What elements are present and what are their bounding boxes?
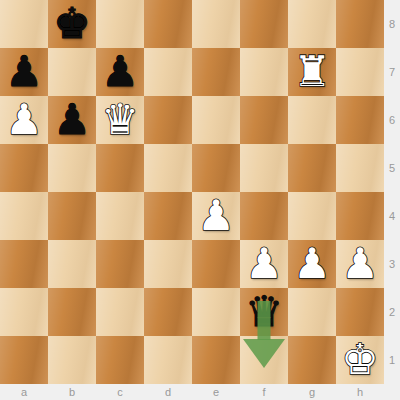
square-f1[interactable] — [240, 336, 288, 384]
square-a6[interactable]: ♟ — [0, 96, 48, 144]
square-h8[interactable] — [336, 0, 384, 48]
piece-white-rook[interactable]: ♜ — [293, 51, 331, 93]
square-g6[interactable] — [288, 96, 336, 144]
file-label-e: e — [192, 384, 240, 400]
square-f8[interactable] — [240, 0, 288, 48]
file-label-g: g — [288, 384, 336, 400]
rank-labels: 87654321 — [384, 0, 400, 384]
square-a3[interactable] — [0, 240, 48, 288]
square-e1[interactable] — [192, 336, 240, 384]
square-f7[interactable] — [240, 48, 288, 96]
square-c3[interactable] — [96, 240, 144, 288]
square-c8[interactable] — [96, 0, 144, 48]
corner-spacer — [384, 384, 400, 400]
square-a5[interactable] — [0, 144, 48, 192]
square-g5[interactable] — [288, 144, 336, 192]
square-h1[interactable]: ♚ — [336, 336, 384, 384]
square-b6[interactable]: ♟ — [48, 96, 96, 144]
square-a8[interactable] — [0, 0, 48, 48]
file-label-h: h — [336, 384, 384, 400]
file-label-c: c — [96, 384, 144, 400]
square-e3[interactable] — [192, 240, 240, 288]
square-b3[interactable] — [48, 240, 96, 288]
piece-white-pawn[interactable]: ♟ — [341, 243, 379, 285]
file-label-d: d — [144, 384, 192, 400]
square-e6[interactable] — [192, 96, 240, 144]
square-b4[interactable] — [48, 192, 96, 240]
piece-white-pawn[interactable]: ♟ — [5, 99, 43, 141]
square-b8[interactable]: ♚ — [48, 0, 96, 48]
square-f4[interactable] — [240, 192, 288, 240]
square-c2[interactable] — [96, 288, 144, 336]
square-d4[interactable] — [144, 192, 192, 240]
square-c6[interactable]: ♛ — [96, 96, 144, 144]
piece-black-pawn[interactable]: ♟ — [101, 51, 139, 93]
square-c7[interactable]: ♟ — [96, 48, 144, 96]
square-d8[interactable] — [144, 0, 192, 48]
square-e2[interactable] — [192, 288, 240, 336]
square-d3[interactable] — [144, 240, 192, 288]
square-g3[interactable]: ♟ — [288, 240, 336, 288]
square-h2[interactable] — [336, 288, 384, 336]
square-d2[interactable] — [144, 288, 192, 336]
square-h5[interactable] — [336, 144, 384, 192]
square-f2[interactable]: ♛ — [240, 288, 288, 336]
rank-label-5: 5 — [384, 144, 400, 192]
square-c1[interactable] — [96, 336, 144, 384]
square-a7[interactable]: ♟ — [0, 48, 48, 96]
square-b7[interactable] — [48, 48, 96, 96]
square-d1[interactable] — [144, 336, 192, 384]
square-g2[interactable] — [288, 288, 336, 336]
piece-white-pawn[interactable]: ♟ — [245, 243, 283, 285]
piece-white-queen[interactable]: ♛ — [101, 99, 139, 141]
file-labels: abcdefgh — [0, 384, 400, 400]
square-f6[interactable] — [240, 96, 288, 144]
piece-white-pawn[interactable]: ♟ — [293, 243, 331, 285]
square-e5[interactable] — [192, 144, 240, 192]
piece-black-pawn[interactable]: ♟ — [5, 51, 43, 93]
file-label-a: a — [0, 384, 48, 400]
rank-label-1: 1 — [384, 336, 400, 384]
square-d6[interactable] — [144, 96, 192, 144]
chess-app: ♚♟♟♜♟♟♛♟♟♟♟♛♚ 87654321 abcdefgh — [0, 0, 400, 400]
square-h7[interactable] — [336, 48, 384, 96]
rank-label-4: 4 — [384, 192, 400, 240]
piece-white-king[interactable]: ♚ — [341, 339, 379, 381]
chess-board: ♚♟♟♜♟♟♛♟♟♟♟♛♚ — [0, 0, 384, 384]
rank-label-2: 2 — [384, 288, 400, 336]
rank-label-6: 6 — [384, 96, 400, 144]
piece-white-pawn[interactable]: ♟ — [197, 195, 235, 237]
piece-black-queen[interactable]: ♛ — [245, 291, 283, 333]
square-c5[interactable] — [96, 144, 144, 192]
rank-label-8: 8 — [384, 0, 400, 48]
square-b1[interactable] — [48, 336, 96, 384]
square-h6[interactable] — [336, 96, 384, 144]
rank-label-7: 7 — [384, 48, 400, 96]
square-f5[interactable] — [240, 144, 288, 192]
square-g7[interactable]: ♜ — [288, 48, 336, 96]
square-a2[interactable] — [0, 288, 48, 336]
square-g4[interactable] — [288, 192, 336, 240]
square-c4[interactable] — [96, 192, 144, 240]
square-a4[interactable] — [0, 192, 48, 240]
piece-black-king[interactable]: ♚ — [53, 3, 91, 45]
square-d7[interactable] — [144, 48, 192, 96]
square-e7[interactable] — [192, 48, 240, 96]
file-label-b: b — [48, 384, 96, 400]
piece-black-pawn[interactable]: ♟ — [53, 99, 91, 141]
square-g8[interactable] — [288, 0, 336, 48]
square-f3[interactable]: ♟ — [240, 240, 288, 288]
square-g1[interactable] — [288, 336, 336, 384]
square-d5[interactable] — [144, 144, 192, 192]
square-h3[interactable]: ♟ — [336, 240, 384, 288]
square-a1[interactable] — [0, 336, 48, 384]
square-h4[interactable] — [336, 192, 384, 240]
rank-label-3: 3 — [384, 240, 400, 288]
square-e4[interactable]: ♟ — [192, 192, 240, 240]
file-label-f: f — [240, 384, 288, 400]
square-b5[interactable] — [48, 144, 96, 192]
square-e8[interactable] — [192, 0, 240, 48]
square-b2[interactable] — [48, 288, 96, 336]
